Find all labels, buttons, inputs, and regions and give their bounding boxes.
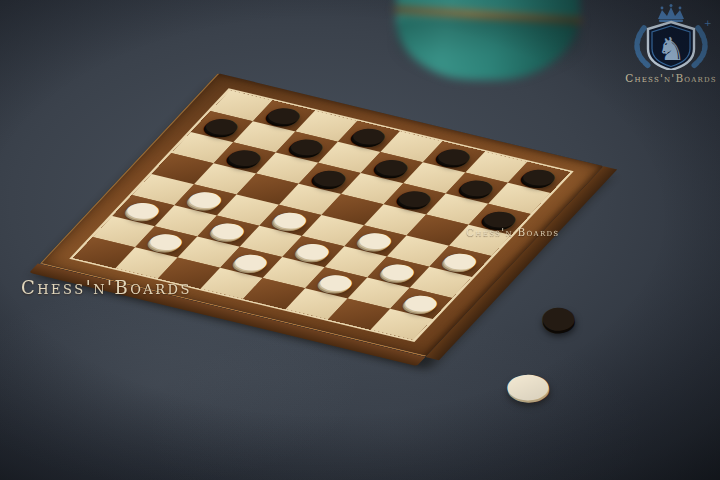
brand-logo: + ♞ Chess'n'Boards: [624, 4, 718, 84]
teal-wooden-canister: [396, 0, 580, 80]
canister-shading: [396, 18, 580, 80]
off-board-piece-black: ●: [539, 301, 578, 333]
product-photo-scene: ●●●●●●●●●●●●●●●●●●●●●●●● ● ● Chess'n'Boa…: [0, 0, 720, 480]
star-accent-icon: +: [704, 18, 712, 28]
watermark-left: Chess'n'Boards: [21, 277, 192, 298]
knight-icon: ♞: [657, 30, 686, 68]
crown-icon: [658, 4, 684, 22]
shield-icon: ♞: [648, 22, 694, 70]
logo-title: Chess'n'Boards: [624, 72, 718, 84]
off-board-piece-white: ●: [501, 367, 554, 403]
watermark-right: Chess'n Boards: [466, 226, 559, 238]
logo-emblem: + ♞: [624, 4, 718, 70]
